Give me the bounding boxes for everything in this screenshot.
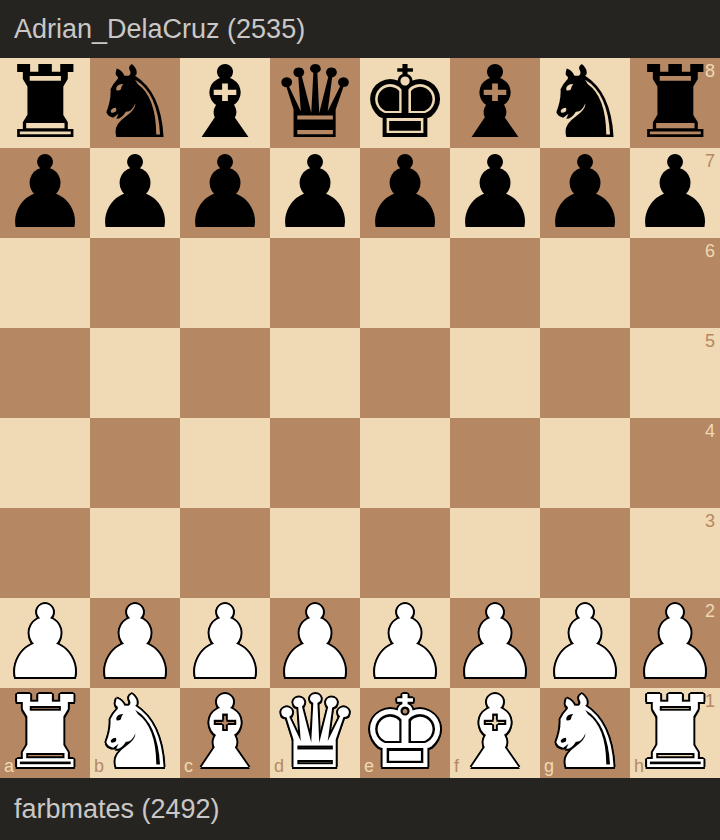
square-g4[interactable] [540,418,630,508]
square-c7[interactable]: ♟ [180,148,270,238]
square-g6[interactable] [540,238,630,328]
square-h1[interactable]: ♜1h [630,688,720,778]
square-d5[interactable] [270,328,360,418]
black-pawn-piece[interactable]: ♟ [360,148,450,238]
square-b5[interactable] [90,328,180,418]
square-f6[interactable] [450,238,540,328]
square-h5[interactable]: 5 [630,328,720,418]
black-pawn-piece[interactable]: ♟ [180,148,270,238]
square-b7[interactable]: ♟ [90,148,180,238]
white-knight-piece[interactable]: ♞ [540,688,630,778]
square-c1[interactable]: ♝c [180,688,270,778]
square-c4[interactable] [180,418,270,508]
square-h6[interactable]: 6 [630,238,720,328]
square-e1[interactable]: ♚e [360,688,450,778]
square-c5[interactable] [180,328,270,418]
black-pawn-piece[interactable]: ♟ [0,148,90,238]
square-h4[interactable]: 4 [630,418,720,508]
black-pawn-piece[interactable]: ♟ [90,148,180,238]
square-f1[interactable]: ♝f [450,688,540,778]
square-d4[interactable] [270,418,360,508]
white-bishop-piece[interactable]: ♝ [450,688,540,778]
chess-board[interactable]: ♜♞♝♛♚♝♞♜8♟♟♟♟♟♟♟♟76543♟♟♟♟♟♟♟♟2♜a♞b♝c♛d♚… [0,58,720,778]
player-bottom-name-rating: farbmates (2492) [14,794,220,825]
player-top-name-rating: Adrian_DelaCruz (2535) [14,14,305,45]
black-pawn-piece[interactable]: ♟ [630,148,720,238]
square-b4[interactable] [90,418,180,508]
square-f7[interactable]: ♟ [450,148,540,238]
square-f4[interactable] [450,418,540,508]
square-g1[interactable]: ♞g [540,688,630,778]
square-a4[interactable] [0,418,90,508]
rank-label-3: 3 [705,512,715,530]
square-a1[interactable]: ♜a [0,688,90,778]
white-rook-piece[interactable]: ♜ [630,688,720,778]
white-bishop-piece[interactable]: ♝ [180,688,270,778]
square-e5[interactable] [360,328,450,418]
square-e7[interactable]: ♟ [360,148,450,238]
square-a5[interactable] [0,328,90,418]
rank-label-4: 4 [705,422,715,440]
square-h7[interactable]: ♟7 [630,148,720,238]
square-g5[interactable] [540,328,630,418]
square-d1[interactable]: ♛d [270,688,360,778]
rank-label-5: 5 [705,332,715,350]
white-king-piece[interactable]: ♚ [360,688,450,778]
square-a6[interactable] [0,238,90,328]
square-e4[interactable] [360,418,450,508]
square-b1[interactable]: ♞b [90,688,180,778]
square-e6[interactable] [360,238,450,328]
white-rook-piece[interactable]: ♜ [0,688,90,778]
square-a7[interactable]: ♟ [0,148,90,238]
square-c6[interactable] [180,238,270,328]
black-pawn-piece[interactable]: ♟ [450,148,540,238]
white-knight-piece[interactable]: ♞ [90,688,180,778]
black-pawn-piece[interactable]: ♟ [540,148,630,238]
rank-label-6: 6 [705,242,715,260]
chess-game-screen: Adrian_DelaCruz (2535) ♜♞♝♛♚♝♞♜8♟♟♟♟♟♟♟♟… [0,0,720,840]
square-d6[interactable] [270,238,360,328]
square-b6[interactable] [90,238,180,328]
white-queen-piece[interactable]: ♛ [270,688,360,778]
square-f5[interactable] [450,328,540,418]
square-g7[interactable]: ♟ [540,148,630,238]
square-d7[interactable]: ♟ [270,148,360,238]
black-pawn-piece[interactable]: ♟ [270,148,360,238]
